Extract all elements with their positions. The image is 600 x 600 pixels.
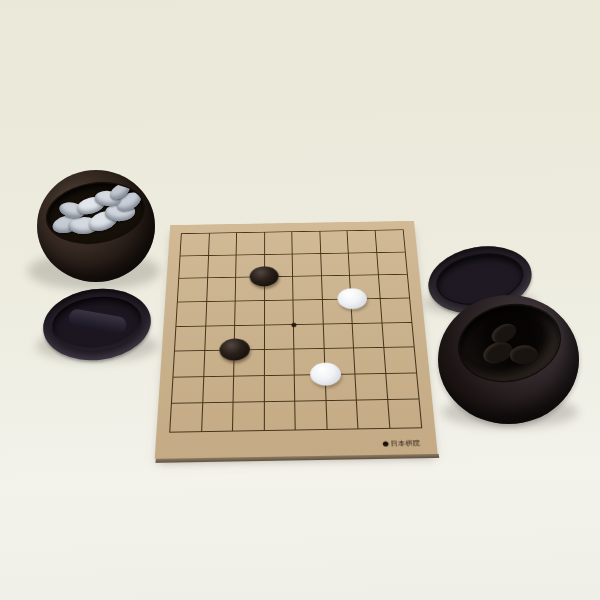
board-cell[interactable] bbox=[292, 232, 320, 255]
board-cell[interactable] bbox=[265, 254, 293, 277]
board-cell[interactable] bbox=[353, 323, 384, 348]
board-cell[interactable] bbox=[265, 232, 293, 255]
nihon-kiin-logo-icon: ● bbox=[382, 440, 390, 448]
board-cell[interactable] bbox=[178, 278, 208, 302]
board-cell[interactable] bbox=[323, 324, 354, 349]
board-cell[interactable] bbox=[264, 350, 294, 376]
board-cell[interactable] bbox=[235, 325, 265, 351]
board-cell[interactable] bbox=[355, 374, 387, 401]
board-cell[interactable] bbox=[357, 400, 390, 428]
board-cell[interactable] bbox=[380, 298, 411, 323]
board-cell[interactable] bbox=[293, 276, 322, 300]
board-cell[interactable] bbox=[375, 230, 405, 253]
board-cell[interactable] bbox=[322, 299, 352, 324]
board-cell[interactable] bbox=[377, 252, 407, 275]
board-cell[interactable] bbox=[208, 255, 237, 278]
board-cell[interactable] bbox=[180, 234, 209, 257]
board-cell[interactable] bbox=[176, 302, 206, 327]
board-cell[interactable] bbox=[205, 326, 235, 352]
board-cell[interactable] bbox=[236, 255, 265, 278]
board-cell[interactable] bbox=[354, 348, 386, 374]
board-cell[interactable] bbox=[264, 325, 294, 350]
board-cell[interactable] bbox=[170, 404, 202, 432]
board-cell[interactable] bbox=[321, 253, 350, 276]
board-logo-text: 日本棋院 bbox=[390, 439, 421, 447]
board-cell[interactable] bbox=[204, 351, 235, 377]
black-stone-in-bowl bbox=[509, 345, 538, 365]
board-cell[interactable] bbox=[324, 348, 355, 374]
board-cell[interactable] bbox=[265, 277, 294, 301]
board-cell[interactable] bbox=[293, 254, 322, 277]
board-cell[interactable] bbox=[172, 377, 204, 404]
board-cell[interactable] bbox=[264, 402, 295, 430]
board-cell[interactable] bbox=[386, 373, 419, 400]
board-cell[interactable] bbox=[175, 326, 206, 352]
board-cell[interactable] bbox=[234, 376, 265, 403]
board-cell[interactable] bbox=[202, 403, 234, 431]
board-cell[interactable] bbox=[237, 233, 265, 256]
board-cell[interactable] bbox=[264, 375, 295, 402]
board-cell[interactable] bbox=[378, 275, 409, 299]
white-stone-bowl-opening bbox=[43, 177, 148, 249]
board-cell[interactable] bbox=[179, 256, 208, 279]
board-cell[interactable] bbox=[236, 277, 265, 301]
go-board: ●日本棋院 bbox=[155, 221, 438, 459]
board-cell[interactable] bbox=[348, 231, 377, 254]
board-cell[interactable] bbox=[382, 322, 414, 347]
board-cell[interactable] bbox=[235, 301, 264, 326]
go-set-photo: ●日本棋院 bbox=[0, 0, 600, 600]
board-cell[interactable] bbox=[350, 275, 380, 299]
board-logo: ●日本棋院 bbox=[382, 440, 421, 448]
board-cell[interactable] bbox=[206, 301, 236, 326]
board-cell[interactable] bbox=[173, 351, 204, 377]
board-cell[interactable] bbox=[322, 276, 352, 300]
board-cell[interactable] bbox=[295, 401, 327, 429]
black-stone-bowl-opening bbox=[452, 296, 566, 389]
board-cell[interactable] bbox=[265, 300, 294, 325]
board-cell[interactable] bbox=[209, 233, 237, 256]
board-cell[interactable] bbox=[233, 402, 264, 430]
board-cell[interactable] bbox=[349, 253, 379, 276]
board-cell[interactable] bbox=[384, 347, 416, 373]
white-stone-bowl[interactable] bbox=[37, 170, 155, 282]
board-cell[interactable] bbox=[388, 400, 421, 428]
board-cell[interactable] bbox=[325, 374, 357, 401]
board-cell[interactable] bbox=[207, 278, 236, 302]
board-cell[interactable] bbox=[294, 349, 325, 375]
board-cell[interactable] bbox=[203, 376, 234, 403]
board-cell[interactable] bbox=[351, 299, 382, 324]
black-stone-bowl[interactable] bbox=[438, 295, 579, 424]
goban-grid[interactable] bbox=[169, 229, 422, 432]
board-cell[interactable] bbox=[320, 231, 349, 254]
board-surface bbox=[169, 229, 422, 432]
board-cell[interactable] bbox=[294, 324, 324, 349]
board-cell[interactable] bbox=[295, 375, 326, 402]
board-cell[interactable] bbox=[326, 401, 358, 429]
board-cell[interactable] bbox=[293, 300, 323, 325]
board-cell[interactable] bbox=[234, 350, 264, 376]
